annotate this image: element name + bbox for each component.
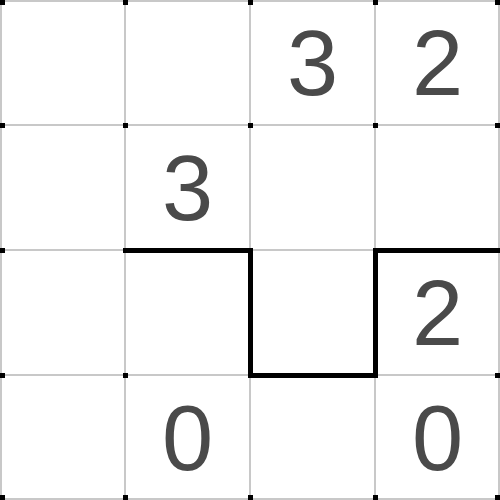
lattice-dot xyxy=(373,123,378,128)
lattice-dot xyxy=(495,373,500,378)
lattice-dot xyxy=(0,373,5,378)
lattice-dot xyxy=(495,248,500,253)
lattice-dot xyxy=(248,248,253,253)
grid-dots-layer xyxy=(0,0,500,500)
lattice-dot xyxy=(123,373,128,378)
lattice-dot xyxy=(0,248,5,253)
lattice-dot xyxy=(123,0,128,5)
lattice-dot xyxy=(123,248,128,253)
lattice-dot xyxy=(248,373,253,378)
lattice-dot xyxy=(373,495,378,500)
lattice-dot xyxy=(248,495,253,500)
lattice-dot xyxy=(495,0,500,5)
lattice-dot xyxy=(373,373,378,378)
lattice-dot xyxy=(123,495,128,500)
lattice-dot xyxy=(0,0,5,5)
lattice-dot xyxy=(248,0,253,5)
lattice-dot xyxy=(123,123,128,128)
lattice-dot xyxy=(373,0,378,5)
lattice-dot xyxy=(248,123,253,128)
slitherlink-board: 3 2 3 2 0 0 xyxy=(0,0,500,500)
lattice-dot xyxy=(0,123,5,128)
lattice-dot xyxy=(495,495,500,500)
lattice-dot xyxy=(0,495,5,500)
lattice-dot xyxy=(495,123,500,128)
lattice-dot xyxy=(373,248,378,253)
